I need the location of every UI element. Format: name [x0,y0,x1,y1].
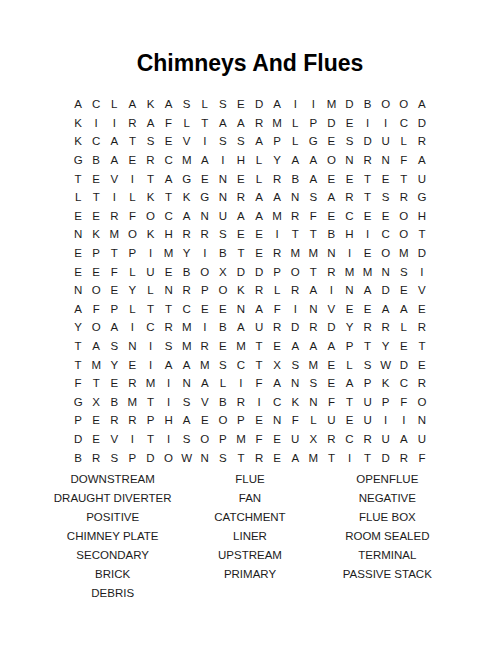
grid-cell[interactable]: I [160,374,178,393]
grid-cell[interactable]: B [214,393,232,412]
grid-cell[interactable]: M [196,355,214,374]
grid-cell[interactable]: D [286,318,304,337]
grid-cell[interactable]: M [178,151,196,170]
grid-cell[interactable]: P [359,374,377,393]
grid-cell[interactable]: M [232,337,250,356]
grid-cell[interactable]: I [286,300,304,319]
grid-cell[interactable]: G [69,393,87,412]
grid-cell[interactable]: R [395,188,413,207]
grid-cell[interactable]: P [196,281,214,300]
grid-cell[interactable]: C [178,300,196,319]
grid-cell[interactable]: M [322,95,340,114]
grid-cell[interactable]: G [196,188,214,207]
grid-cell[interactable]: U [359,411,377,430]
grid-cell[interactable]: I [395,411,413,430]
grid-cell[interactable]: K [69,132,87,151]
grid-cell[interactable]: T [413,337,431,356]
grid-cell[interactable]: R [322,430,340,449]
grid-cell[interactable]: S [160,337,178,356]
grid-cell[interactable]: E [196,300,214,319]
grid-cell[interactable]: L [196,95,214,114]
grid-cell[interactable]: R [250,114,268,133]
grid-cell[interactable]: A [304,169,322,188]
grid-cell[interactable]: A [105,151,123,170]
grid-cell[interactable]: N [178,374,196,393]
grid-cell[interactable]: E [123,355,141,374]
grid-cell[interactable]: W [377,355,395,374]
grid-cell[interactable]: F [395,151,413,170]
grid-cell[interactable]: C [87,132,105,151]
grid-cell[interactable]: A [123,95,141,114]
grid-cell[interactable]: H [160,225,178,244]
grid-cell[interactable]: A [250,188,268,207]
grid-cell[interactable]: R [160,318,178,337]
grid-cell[interactable]: C [232,355,250,374]
grid-cell[interactable]: M [395,244,413,263]
grid-cell[interactable]: U [413,169,431,188]
grid-cell[interactable]: E [322,374,340,393]
grid-cell[interactable]: K [69,114,87,133]
grid-cell[interactable]: I [141,244,159,263]
grid-cell[interactable]: A [196,151,214,170]
grid-cell[interactable]: I [123,430,141,449]
grid-cell[interactable]: C [377,225,395,244]
grid-cell[interactable]: V [178,132,196,151]
grid-cell[interactable]: P [87,244,105,263]
grid-cell[interactable]: I [359,114,377,133]
grid-cell[interactable]: E [87,430,105,449]
grid-cell[interactable]: B [69,448,87,467]
grid-cell[interactable]: C [268,393,286,412]
grid-cell[interactable]: M [232,430,250,449]
grid-cell[interactable]: B [286,169,304,188]
grid-cell[interactable]: E [87,207,105,226]
grid-cell[interactable]: M [160,244,178,263]
grid-cell[interactable]: T [359,337,377,356]
grid-cell[interactable]: L [123,188,141,207]
grid-cell[interactable]: G [178,169,196,188]
grid-cell[interactable]: W [178,448,196,467]
grid-cell[interactable]: A [178,207,196,226]
grid-cell[interactable]: A [322,337,340,356]
grid-cell[interactable]: F [286,411,304,430]
grid-cell[interactable]: E [268,448,286,467]
grid-cell[interactable]: A [160,169,178,188]
grid-cell[interactable]: D [322,318,340,337]
grid-cell[interactable]: Y [268,151,286,170]
grid-cell[interactable]: S [286,355,304,374]
grid-cell[interactable]: A [105,132,123,151]
grid-cell[interactable]: A [214,114,232,133]
grid-cell[interactable]: M [340,262,358,281]
grid-cell[interactable]: E [340,300,358,319]
grid-cell[interactable]: E [87,169,105,188]
grid-cell[interactable]: P [214,430,232,449]
grid-cell[interactable]: T [123,132,141,151]
grid-cell[interactable]: I [340,244,358,263]
grid-cell[interactable]: R [105,207,123,226]
grid-cell[interactable]: F [69,374,87,393]
grid-cell[interactable]: T [141,393,159,412]
grid-cell[interactable]: C [395,114,413,133]
grid-cell[interactable]: D [322,114,340,133]
grid-cell[interactable]: B [105,393,123,412]
grid-cell[interactable]: L [178,114,196,133]
grid-cell[interactable]: L [250,169,268,188]
grid-cell[interactable]: R [286,207,304,226]
grid-cell[interactable]: S [178,95,196,114]
grid-cell[interactable]: N [413,411,431,430]
grid-cell[interactable]: O [395,95,413,114]
grid-cell[interactable]: E [69,262,87,281]
grid-cell[interactable]: E [268,337,286,356]
grid-cell[interactable]: B [178,262,196,281]
grid-cell[interactable]: L [304,411,322,430]
grid-cell[interactable]: H [232,151,250,170]
grid-cell[interactable]: A [69,300,87,319]
grid-cell[interactable]: R [322,262,340,281]
grid-cell[interactable]: E [87,411,105,430]
grid-cell[interactable]: P [304,114,322,133]
grid-cell[interactable]: A [268,374,286,393]
grid-cell[interactable]: N [196,207,214,226]
grid-cell[interactable]: A [286,337,304,356]
grid-cell[interactable]: S [377,188,395,207]
grid-cell[interactable]: M [123,393,141,412]
grid-cell[interactable]: K [232,281,250,300]
grid-cell[interactable]: R [268,318,286,337]
grid-cell[interactable]: K [141,95,159,114]
grid-cell[interactable]: F [160,114,178,133]
grid-cell[interactable]: A [178,411,196,430]
grid-cell[interactable]: C [395,374,413,393]
grid-cell[interactable]: O [123,225,141,244]
grid-cell[interactable]: K [286,393,304,412]
grid-cell[interactable]: C [160,207,178,226]
grid-cell[interactable]: X [268,355,286,374]
grid-cell[interactable]: L [141,281,159,300]
grid-cell[interactable]: E [87,262,105,281]
grid-cell[interactable]: F [105,262,123,281]
grid-cell[interactable]: P [268,132,286,151]
grid-cell[interactable]: E [413,355,431,374]
grid-cell[interactable]: N [232,300,250,319]
grid-cell[interactable]: E [322,169,340,188]
grid-cell[interactable]: L [268,281,286,300]
grid-cell[interactable]: T [304,225,322,244]
grid-cell[interactable]: R [178,225,196,244]
grid-cell[interactable]: I [123,169,141,188]
grid-cell[interactable]: E [250,411,268,430]
grid-cell[interactable]: S [214,95,232,114]
grid-cell[interactable]: A [304,337,322,356]
grid-cell[interactable]: T [69,169,87,188]
grid-cell[interactable]: E [268,430,286,449]
grid-cell[interactable]: I [160,393,178,412]
grid-cell[interactable]: E [413,300,431,319]
grid-cell[interactable]: D [377,448,395,467]
grid-cell[interactable]: I [359,225,377,244]
grid-cell[interactable]: A [304,151,322,170]
grid-cell[interactable]: R [359,151,377,170]
grid-cell[interactable]: A [286,151,304,170]
grid-cell[interactable]: R [340,188,358,207]
grid-cell[interactable]: D [232,262,250,281]
grid-cell[interactable]: S [141,132,159,151]
grid-cell[interactable]: T [141,169,159,188]
grid-cell[interactable]: I [87,114,105,133]
grid-cell[interactable]: N [286,374,304,393]
grid-cell[interactable]: C [87,95,105,114]
grid-cell[interactable]: E [395,281,413,300]
grid-cell[interactable]: L [286,114,304,133]
grid-cell[interactable]: U [141,262,159,281]
grid-cell[interactable]: H [160,411,178,430]
grid-cell[interactable]: R [413,132,431,151]
grid-cell[interactable]: F [250,430,268,449]
grid-cell[interactable]: T [196,114,214,133]
grid-cell[interactable]: T [105,244,123,263]
grid-cell[interactable]: X [214,262,232,281]
grid-cell[interactable]: R [123,411,141,430]
grid-cell[interactable]: R [250,281,268,300]
grid-cell[interactable]: U [250,318,268,337]
grid-cell[interactable]: K [141,188,159,207]
grid-cell[interactable]: T [232,448,250,467]
grid-cell[interactable]: H [413,207,431,226]
grid-cell[interactable]: S [214,225,232,244]
grid-cell[interactable]: T [322,448,340,467]
grid-cell[interactable]: U [413,430,431,449]
grid-cell[interactable]: E [340,411,358,430]
grid-cell[interactable]: M [178,337,196,356]
grid-cell[interactable]: R [87,448,105,467]
grid-cell[interactable]: A [250,207,268,226]
grid-cell[interactable]: N [196,448,214,467]
grid-cell[interactable]: P [123,244,141,263]
grid-cell[interactable]: R [359,318,377,337]
grid-cell[interactable]: R [178,281,196,300]
grid-cell[interactable]: I [141,337,159,356]
grid-cell[interactable]: I [340,448,358,467]
grid-cell[interactable]: A [69,95,87,114]
grid-cell[interactable]: L [69,188,87,207]
grid-cell[interactable]: N [304,393,322,412]
grid-cell[interactable]: T [141,300,159,319]
grid-cell[interactable]: E [250,225,268,244]
grid-cell[interactable]: P [105,300,123,319]
grid-cell[interactable]: D [250,262,268,281]
grid-cell[interactable]: I [322,281,340,300]
grid-cell[interactable]: B [87,151,105,170]
grid-cell[interactable]: S [214,355,232,374]
grid-cell[interactable]: L [123,300,141,319]
grid-cell[interactable]: S [304,374,322,393]
grid-cell[interactable]: S [105,337,123,356]
grid-cell[interactable]: L [286,132,304,151]
grid-cell[interactable]: A [286,448,304,467]
grid-cell[interactable]: O [87,281,105,300]
grid-cell[interactable]: V [196,393,214,412]
grid-cell[interactable]: E [105,281,123,300]
grid-cell[interactable]: O [286,262,304,281]
grid-cell[interactable]: T [395,169,413,188]
grid-cell[interactable]: D [250,95,268,114]
grid-cell[interactable]: E [196,411,214,430]
grid-cell[interactable]: O [160,448,178,467]
grid-cell[interactable]: A [359,281,377,300]
grid-cell[interactable]: E [340,114,358,133]
grid-cell[interactable]: P [268,262,286,281]
grid-cell[interactable]: T [250,337,268,356]
grid-cell[interactable]: T [87,188,105,207]
grid-cell[interactable]: B [214,318,232,337]
grid-cell[interactable]: B [214,244,232,263]
grid-cell[interactable]: A [395,300,413,319]
grid-cell[interactable]: G [304,132,322,151]
grid-cell[interactable]: E [160,132,178,151]
grid-cell[interactable]: Y [377,337,395,356]
grid-cell[interactable]: U [286,430,304,449]
grid-cell[interactable]: R [141,151,159,170]
grid-cell[interactable]: L [395,318,413,337]
grid-cell[interactable]: C [160,151,178,170]
grid-cell[interactable]: S [105,448,123,467]
grid-cell[interactable]: N [214,169,232,188]
grid-cell[interactable]: R [377,318,395,337]
grid-cell[interactable]: R [413,318,431,337]
grid-cell[interactable]: U [322,411,340,430]
grid-cell[interactable]: E [69,207,87,226]
grid-cell[interactable]: S [178,393,196,412]
grid-cell[interactable]: I [250,393,268,412]
grid-cell[interactable]: I [160,430,178,449]
grid-cell[interactable]: A [178,355,196,374]
grid-cell[interactable]: O [413,393,431,412]
grid-cell[interactable]: P [377,393,395,412]
grid-cell[interactable]: N [214,188,232,207]
grid-cell[interactable]: T [359,448,377,467]
grid-cell[interactable]: L [105,95,123,114]
grid-cell[interactable]: T [359,169,377,188]
grid-cell[interactable]: E [322,132,340,151]
grid-cell[interactable]: T [359,188,377,207]
grid-cell[interactable]: I [105,188,123,207]
grid-cell[interactable]: P [232,411,250,430]
grid-cell[interactable]: F [413,448,431,467]
grid-cell[interactable]: T [304,262,322,281]
grid-cell[interactable]: Y [178,244,196,263]
grid-cell[interactable]: R [268,244,286,263]
grid-cell[interactable]: F [268,300,286,319]
grid-cell[interactable]: T [286,225,304,244]
grid-cell[interactable]: A [250,300,268,319]
grid-cell[interactable]: N [268,411,286,430]
grid-cell[interactable]: F [123,207,141,226]
grid-cell[interactable]: O [395,225,413,244]
grid-cell[interactable]: V [322,300,340,319]
grid-cell[interactable]: P [69,411,87,430]
grid-cell[interactable]: N [322,244,340,263]
grid-cell[interactable]: Y [123,281,141,300]
grid-cell[interactable]: R [250,448,268,467]
grid-cell[interactable]: E [69,244,87,263]
grid-cell[interactable]: A [87,337,105,356]
grid-cell[interactable]: I [196,318,214,337]
grid-cell[interactable]: S [340,132,358,151]
grid-cell[interactable]: S [214,132,232,151]
grid-cell[interactable]: D [69,430,87,449]
grid-cell[interactable]: C [141,318,159,337]
grid-cell[interactable]: M [268,114,286,133]
grid-cell[interactable]: O [196,430,214,449]
grid-cell[interactable]: E [214,300,232,319]
grid-cell[interactable]: E [232,169,250,188]
grid-cell[interactable]: R [232,393,250,412]
grid-cell[interactable]: R [123,374,141,393]
grid-cell[interactable]: T [413,225,431,244]
grid-cell[interactable]: N [340,151,358,170]
grid-cell[interactable]: P [340,337,358,356]
grid-cell[interactable]: T [87,374,105,393]
grid-cell[interactable]: A [322,188,340,207]
grid-cell[interactable]: A [105,318,123,337]
grid-cell[interactable]: E [395,337,413,356]
grid-cell[interactable]: C [340,207,358,226]
grid-cell[interactable]: E [232,95,250,114]
grid-cell[interactable]: S [395,262,413,281]
grid-cell[interactable]: U [214,207,232,226]
grid-cell[interactable]: O [214,281,232,300]
grid-cell[interactable]: T [69,337,87,356]
grid-cell[interactable]: I [232,374,250,393]
grid-cell[interactable]: P [123,448,141,467]
grid-cell[interactable]: N [377,151,395,170]
grid-cell[interactable]: B [322,225,340,244]
grid-cell[interactable]: E [359,300,377,319]
grid-cell[interactable]: K [377,374,395,393]
grid-cell[interactable]: X [304,430,322,449]
grid-cell[interactable]: E [160,262,178,281]
grid-cell[interactable]: R [359,430,377,449]
grid-cell[interactable]: B [359,95,377,114]
grid-cell[interactable]: O [322,151,340,170]
grid-cell[interactable]: Y [69,318,87,337]
grid-cell[interactable]: A [377,300,395,319]
grid-cell[interactable]: I [377,411,395,430]
grid-cell[interactable]: M [178,318,196,337]
grid-cell[interactable]: C [340,430,358,449]
grid-cell[interactable]: T [69,355,87,374]
grid-cell[interactable]: E [250,244,268,263]
grid-cell[interactable]: R [268,169,286,188]
grid-cell[interactable]: R [304,318,322,337]
grid-cell[interactable]: T [232,244,250,263]
grid-cell[interactable]: D [141,448,159,467]
grid-cell[interactable]: A [250,132,268,151]
grid-cell[interactable]: S [359,355,377,374]
grid-cell[interactable]: N [160,281,178,300]
grid-cell[interactable]: D [377,281,395,300]
grid-cell[interactable]: O [87,318,105,337]
grid-cell[interactable]: T [160,300,178,319]
grid-cell[interactable]: M [304,355,322,374]
grid-cell[interactable]: A [268,95,286,114]
grid-cell[interactable]: M [286,244,304,263]
grid-cell[interactable]: I [141,355,159,374]
grid-cell[interactable]: S [178,430,196,449]
grid-cell[interactable]: R [232,188,250,207]
